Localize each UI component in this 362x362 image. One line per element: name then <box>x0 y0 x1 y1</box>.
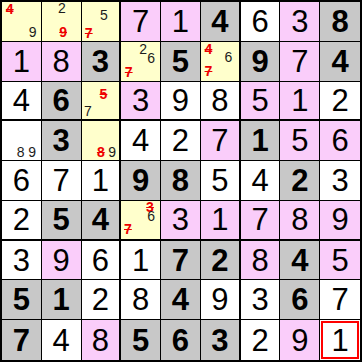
solved-digit: 2 <box>92 284 109 315</box>
solved-digit: 7 <box>53 165 70 196</box>
cell-r8c8[interactable]: 1 <box>320 320 360 360</box>
cell-r8c1[interactable]: 4 <box>42 320 82 360</box>
cell-r8c0[interactable]: 7 <box>2 320 42 360</box>
cell-r2c7[interactable]: 1 <box>280 82 320 122</box>
cell-r3c6[interactable]: 1 <box>241 121 281 161</box>
cell-r0c7[interactable]: 3 <box>280 2 320 42</box>
candidate-5: 5 <box>100 8 108 22</box>
solved-digit: 7 <box>291 46 308 77</box>
cell-r5c1[interactable]: 5 <box>42 201 82 241</box>
given-digit: 4 <box>331 46 348 77</box>
solved-digit: 4 <box>251 165 268 196</box>
cell-r8c4[interactable]: 6 <box>161 320 201 360</box>
given-digit: 7 <box>13 325 30 356</box>
solved-digit: 3 <box>251 284 268 315</box>
given-digit: 5 <box>132 325 149 356</box>
cell-r1c5[interactable]: 467 <box>201 42 241 82</box>
given-digit: 5 <box>13 284 30 315</box>
given-digit: 7 <box>172 245 189 276</box>
cell-r4c7[interactable]: 2 <box>280 161 320 201</box>
given-digit: 9 <box>132 165 149 196</box>
solved-digit: 2 <box>331 85 348 116</box>
given-digit: 4 <box>92 204 109 235</box>
cell-r0c3[interactable]: 7 <box>121 2 161 42</box>
solved-digit: 9 <box>53 245 70 276</box>
solved-digit: 6 <box>13 165 30 196</box>
candidate-6: 6 <box>225 50 233 64</box>
solved-digit: 5 <box>251 85 268 116</box>
solved-digit: 9 <box>291 325 308 356</box>
cell-r6c5[interactable]: 2 <box>201 241 241 281</box>
solved-digit: 1 <box>172 6 189 37</box>
given-digit: 9 <box>251 46 268 77</box>
solved-digit: 1 <box>291 85 308 116</box>
eliminated-candidate-5: 5 <box>100 87 108 101</box>
cell-r3c5[interactable]: 7 <box>201 121 241 161</box>
given-digit: 2 <box>291 165 308 196</box>
solved-digit: 4 <box>13 85 30 116</box>
given-digit: 1 <box>53 284 70 315</box>
given-digit: 1 <box>251 125 268 156</box>
given-digit: 3 <box>92 46 109 77</box>
solved-digit: 4 <box>132 125 149 156</box>
given-digit: 4 <box>291 245 308 276</box>
eliminated-candidate-4: 4 <box>205 42 213 56</box>
solved-digit: 7 <box>331 284 348 315</box>
solved-digit: 3 <box>13 245 30 276</box>
cell-r6c7[interactable]: 4 <box>280 241 320 281</box>
cell-r2c1[interactable]: 6 <box>42 82 82 122</box>
solved-digit: 1 <box>331 325 348 356</box>
cell-r8c6[interactable]: 2 <box>241 320 281 360</box>
cell-r7c0[interactable]: 5 <box>2 280 42 320</box>
eliminated-candidate-9: 9 <box>59 25 67 39</box>
cell-r1c2[interactable]: 3 <box>82 42 122 82</box>
cell-r5c6[interactable]: 7 <box>241 201 281 241</box>
solved-digit: 8 <box>92 325 109 356</box>
solved-digit: 6 <box>92 245 109 276</box>
solved-digit: 1 <box>92 165 109 196</box>
cell-r6c1[interactable]: 9 <box>42 241 82 281</box>
cell-r6c2[interactable]: 6 <box>82 241 122 281</box>
cell-r7c7[interactable]: 6 <box>280 280 320 320</box>
solved-digit: 2 <box>172 125 189 156</box>
candidate-6: 6 <box>147 51 155 65</box>
cell-r0c1[interactable]: 29 <box>42 2 82 42</box>
cell-r7c3[interactable]: 8 <box>121 280 161 320</box>
cell-r0c6[interactable]: 6 <box>241 2 281 42</box>
solved-digit: 1 <box>132 245 149 276</box>
given-digit: 6 <box>291 284 308 315</box>
given-digit: 5 <box>53 204 70 235</box>
solved-digit: 3 <box>132 85 149 116</box>
candidate-8: 8 <box>17 145 25 159</box>
solved-digit: 7 <box>251 204 268 235</box>
solved-digit: 8 <box>132 284 149 315</box>
cell-r5c7[interactable]: 8 <box>280 201 320 241</box>
cell-r1c6[interactable]: 9 <box>241 42 281 82</box>
solved-digit: 6 <box>331 125 348 156</box>
solved-digit: 3 <box>331 165 348 196</box>
solved-digit: 8 <box>211 85 228 116</box>
solved-digit: 9 <box>331 204 348 235</box>
cell-r6c4[interactable]: 7 <box>161 241 201 281</box>
cell-r3c7[interactable]: 5 <box>280 121 320 161</box>
cell-r5c5[interactable]: 1 <box>201 201 241 241</box>
cell-r0c2[interactable]: 57 <box>82 2 122 42</box>
cell-r5c2[interactable]: 4 <box>82 201 122 241</box>
solved-digit: 9 <box>211 284 228 315</box>
cell-r1c1[interactable]: 8 <box>42 42 82 82</box>
cell-r2c8[interactable]: 2 <box>320 82 360 122</box>
solved-digit: 7 <box>211 125 228 156</box>
cell-r2c0[interactable]: 4 <box>2 82 42 122</box>
given-digit: 3 <box>53 125 70 156</box>
candidate-9: 9 <box>29 25 37 39</box>
cell-r6c3[interactable]: 1 <box>121 241 161 281</box>
solved-digit: 1 <box>13 46 30 77</box>
cell-r6c8[interactable]: 5 <box>320 241 360 281</box>
cell-r3c3[interactable]: 4 <box>121 121 161 161</box>
cell-r7c1[interactable]: 1 <box>42 280 82 320</box>
cell-r3c4[interactable]: 2 <box>161 121 201 161</box>
cell-r3c8[interactable]: 6 <box>320 121 360 161</box>
given-digit: 6 <box>172 325 189 356</box>
cell-r0c8[interactable]: 8 <box>320 2 360 42</box>
candidate-9: 9 <box>28 145 36 159</box>
cell-r0c4[interactable]: 1 <box>161 2 201 42</box>
cell-r4c3[interactable]: 9 <box>121 161 161 201</box>
solved-digit: 8 <box>291 204 308 235</box>
given-digit: 4 <box>172 284 189 315</box>
cell-r4c6[interactable]: 4 <box>241 161 281 201</box>
cell-r1c8[interactable]: 4 <box>320 42 360 82</box>
solved-digit: 3 <box>172 204 189 235</box>
cell-r8c3[interactable]: 5 <box>121 320 161 360</box>
solved-digit: 9 <box>172 85 189 116</box>
solved-digit: 5 <box>331 245 348 276</box>
solved-digit: 8 <box>251 245 268 276</box>
cell-r7c2[interactable]: 2 <box>82 280 122 320</box>
cell-r2c3[interactable]: 3 <box>121 82 161 122</box>
cell-r5c4[interactable]: 3 <box>161 201 201 241</box>
solved-digit: 4 <box>53 325 70 356</box>
cell-r7c4[interactable]: 4 <box>161 280 201 320</box>
cell-r1c3[interactable]: 267 <box>121 42 161 82</box>
candidate-2: 2 <box>139 42 147 56</box>
cell-r4c2[interactable]: 1 <box>82 161 122 201</box>
cell-r0c0[interactable]: 49 <box>2 2 42 42</box>
solved-digit: 3 <box>291 6 308 37</box>
cell-r2c6[interactable]: 5 <box>241 82 281 122</box>
given-digit: 4 <box>211 6 228 37</box>
solved-digit: 5 <box>291 125 308 156</box>
cell-r1c0[interactable]: 1 <box>2 42 42 82</box>
cell-r5c0[interactable]: 2 <box>2 201 42 241</box>
cell-r5c3[interactable]: 367 <box>121 201 161 241</box>
cell-r2c2[interactable]: 57 <box>82 82 122 122</box>
eliminated-candidate-8: 8 <box>97 145 105 159</box>
cell-r0c5[interactable]: 4 <box>201 2 241 42</box>
cell-r2c4[interactable]: 9 <box>161 82 201 122</box>
solved-digit: 2 <box>13 204 30 235</box>
given-digit: 8 <box>172 165 189 196</box>
solved-digit: 5 <box>211 165 228 196</box>
eliminated-candidate-7: 7 <box>124 222 132 236</box>
solved-digit: 6 <box>251 6 268 37</box>
cell-r4c8[interactable]: 3 <box>320 161 360 201</box>
solved-digit: 2 <box>251 325 268 356</box>
solved-digit: 7 <box>132 6 149 37</box>
cell-r5c8[interactable]: 9 <box>320 201 360 241</box>
given-digit: 6 <box>53 85 70 116</box>
cell-r3c1[interactable]: 3 <box>42 121 82 161</box>
cell-r4c0[interactable]: 6 <box>2 161 42 201</box>
given-digit: 8 <box>331 6 348 37</box>
cell-r6c6[interactable]: 8 <box>241 241 281 281</box>
cell-r2c5[interactable]: 8 <box>201 82 241 122</box>
eliminated-candidate-7: 7 <box>125 65 133 79</box>
candidate-6: 6 <box>147 209 155 223</box>
eliminated-candidate-7: 7 <box>85 26 93 40</box>
cell-r4c5[interactable]: 5 <box>201 161 241 201</box>
solved-digit: 8 <box>53 46 70 77</box>
eliminated-candidate-7: 7 <box>205 64 213 78</box>
cell-r1c7[interactable]: 7 <box>280 42 320 82</box>
given-digit: 2 <box>211 245 228 276</box>
cell-r4c1[interactable]: 7 <box>42 161 82 201</box>
given-digit: 5 <box>172 46 189 77</box>
candidate-7: 7 <box>84 104 92 118</box>
cell-r4c4[interactable]: 8 <box>161 161 201 201</box>
given-digit: 3 <box>211 325 228 356</box>
candidate-2: 2 <box>58 1 66 15</box>
sudoku-board: 4929577146381832675467974465739851289389… <box>0 0 362 362</box>
cell-r7c5[interactable]: 9 <box>201 280 241 320</box>
cell-r7c8[interactable]: 7 <box>320 280 360 320</box>
cell-r7c6[interactable]: 3 <box>241 280 281 320</box>
cell-r1c4[interactable]: 5 <box>161 42 201 82</box>
cell-r6c0[interactable]: 3 <box>2 241 42 281</box>
candidate-9: 9 <box>108 145 116 159</box>
cell-r3c0[interactable]: 89 <box>2 121 42 161</box>
solved-digit: 1 <box>211 204 228 235</box>
cell-r3c2[interactable]: 89 <box>82 121 122 161</box>
cell-r8c7[interactable]: 9 <box>280 320 320 360</box>
cell-r8c5[interactable]: 3 <box>201 320 241 360</box>
eliminated-candidate-4: 4 <box>6 2 14 16</box>
cell-r8c2[interactable]: 8 <box>82 320 122 360</box>
